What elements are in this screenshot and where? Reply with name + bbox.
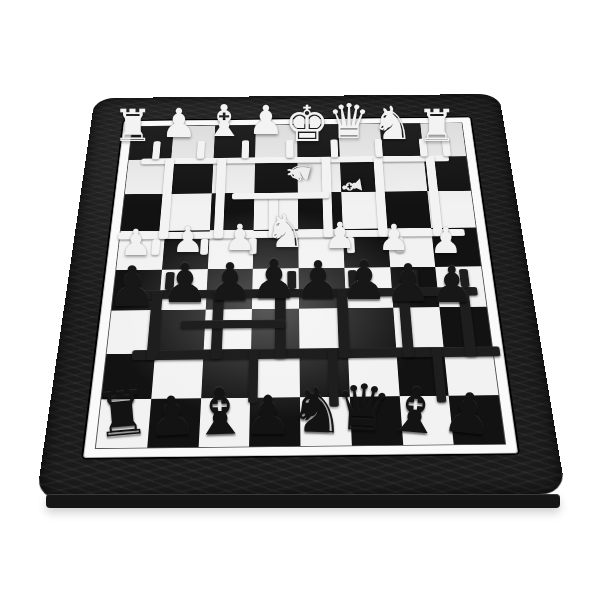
- black-sprue-bar: [348, 270, 358, 288]
- product-photo-stage: ♜♟♝♟♚♛♞♜♞♝♟♟♟♞♟♟♟♟♟♟♟♟♟♟♟♜♟♝♟♞♛♝♟: [0, 0, 600, 600]
- black-sprue-bar: [409, 270, 419, 288]
- black-sprue-bar: [248, 349, 258, 403]
- black-sprue-bar: [132, 346, 501, 360]
- black-sprue-bar: [287, 271, 296, 289]
- black-sprue-bar: [459, 269, 470, 287]
- board-frame-side-edge: [46, 494, 560, 508]
- black-sprue-bar: [165, 272, 175, 290]
- black-sprue-bar: [337, 288, 351, 358]
- board-scene: [36, 94, 566, 500]
- black-sprue-bar: [120, 287, 478, 299]
- black-sprue-bar: [226, 271, 235, 289]
- black-sprue: [36, 94, 566, 500]
- black-sprue-bar: [180, 320, 285, 329]
